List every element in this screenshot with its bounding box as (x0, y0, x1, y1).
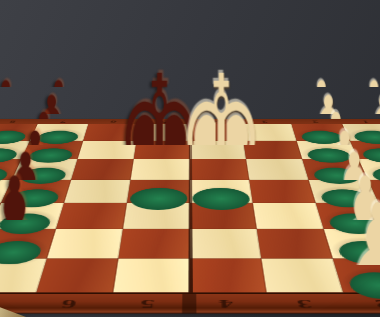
fold-notch (182, 294, 196, 314)
board-square (113, 259, 190, 293)
rank-label: 3 (295, 298, 313, 310)
board-scene: 8765432187654321♟♟♟♟♟♟♟♟♟♟♟♟♟♟♟♚♚♟♟♟♟♟♟ (0, 119, 380, 317)
rank-label: 4 (218, 298, 234, 310)
rank-label: 6 (60, 298, 78, 310)
board-near-frame: 87654321 (0, 292, 380, 313)
chess-board: 8765432187654321♟♟♟♟♟♟♟♟♟♟♟♟♟♟♟♚♚♟♟♟♟♟♟ (0, 119, 380, 312)
board-square (37, 259, 119, 293)
chess-photo: 8765432187654321♟♟♟♟♟♟♟♟♟♟♟♟♟♟♟♚♚♟♟♟♟♟♟ (0, 0, 380, 317)
rank-label: 5 (139, 298, 155, 310)
